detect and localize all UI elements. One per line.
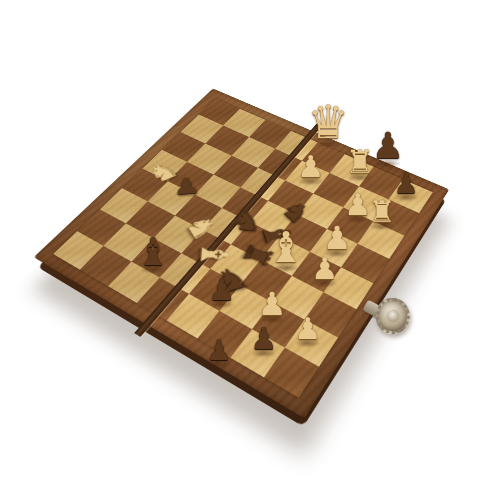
dark-rook-e5: ♜ — [237, 240, 279, 272]
square-g2 — [252, 302, 305, 348]
checkerboard-grid — [53, 98, 433, 397]
square-f4 — [261, 237, 310, 276]
square-h5 — [341, 243, 390, 283]
square-e2 — [189, 268, 241, 310]
square-h2 — [285, 319, 339, 367]
square-f2 — [220, 285, 272, 329]
metal-clasp — [362, 290, 422, 345]
square-h6 — [358, 221, 405, 259]
square-f3 — [241, 260, 292, 302]
square-g1 — [230, 329, 285, 378]
square-e3 — [211, 245, 261, 285]
square-b2 — [104, 223, 154, 261]
square-e4 — [231, 222, 279, 260]
clasp-knob — [373, 295, 414, 337]
square-g5 — [309, 229, 357, 268]
white-bishop-d5: ♝ — [194, 241, 233, 268]
square-h3 — [305, 292, 357, 337]
chess-set-photo: ♞♟♞♝♞♝♜♞♞ ♛♟♜♟♟♟♜♟♟♝♝♟♟♟♟♟ — [0, 0, 500, 500]
square-f1 — [198, 311, 252, 358]
dark-bishop-e4: ♝ — [256, 219, 300, 250]
folding-chess-board: ♞♟♞♝♞♝♜♞♞ — [34, 88, 450, 418]
board-top-face: ♞♟♞♝♞♝♜♞♞ — [34, 88, 450, 418]
square-b1 — [80, 246, 131, 286]
square-d2 — [160, 253, 211, 294]
square-d1 — [137, 277, 190, 320]
dark-knight-e6: ♞ — [210, 261, 252, 298]
square-c2 — [131, 238, 181, 277]
square-g3 — [272, 276, 323, 319]
square-g4 — [291, 252, 341, 293]
square-d3 — [182, 230, 231, 269]
square-e1 — [167, 294, 220, 339]
square-a1 — [53, 231, 104, 270]
square-c1 — [108, 261, 160, 303]
square-h1 — [264, 347, 319, 398]
